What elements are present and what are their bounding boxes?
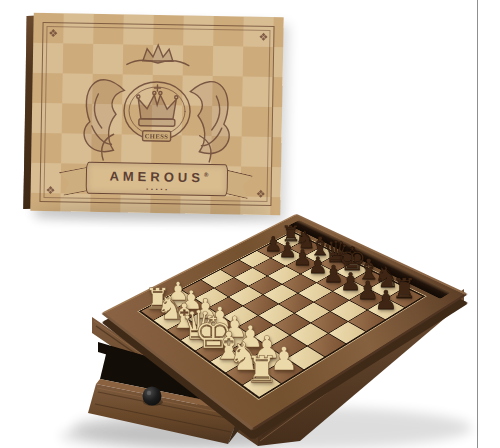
drawer-knob[interactable] [143, 387, 162, 406]
box-contact-shadow [30, 204, 270, 220]
product-photo-scene: ❖ ❖ ❖ ❖ [0, 0, 500, 448]
